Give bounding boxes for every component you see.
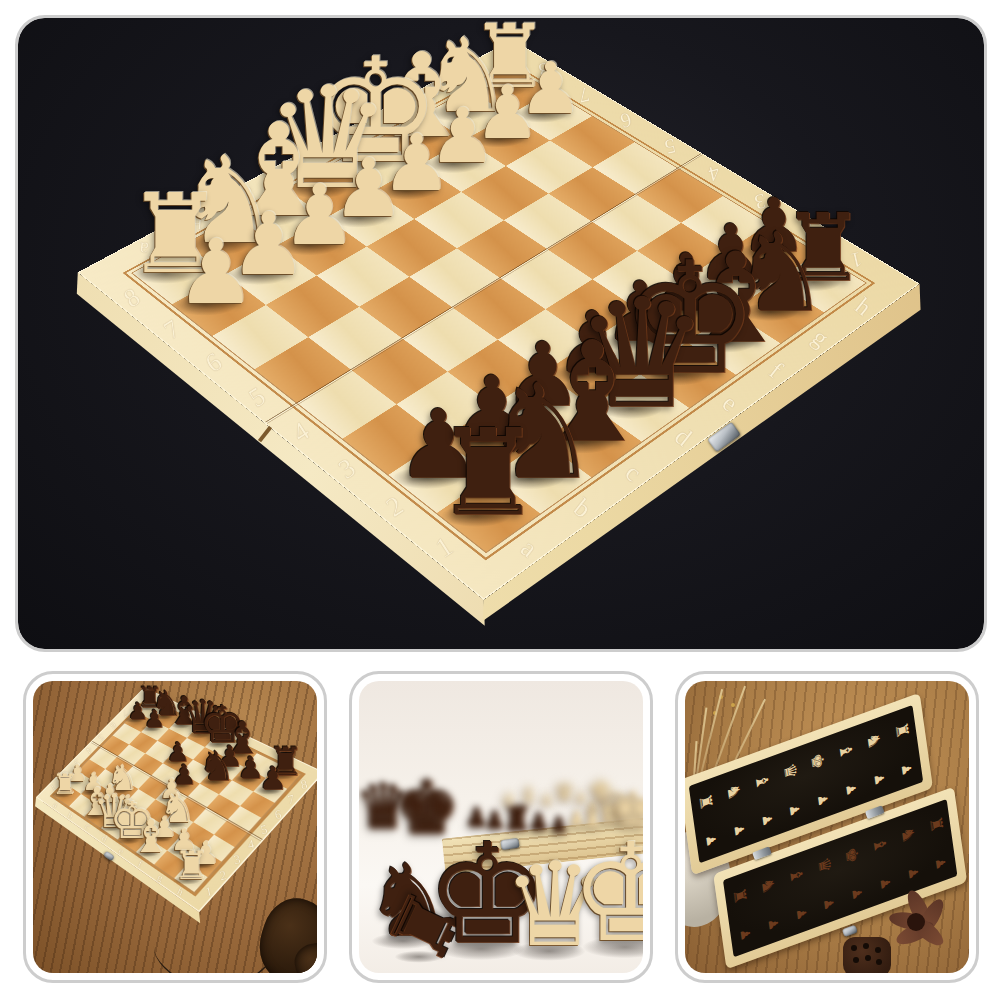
background-piece-dark-p: ♟	[465, 804, 488, 830]
background-piece-light-q: ♛	[554, 780, 576, 804]
boxed-piece-p: ♟	[794, 905, 808, 921]
boxed-piece-q: ♛	[815, 854, 833, 875]
boxed-piece-p: ♟	[900, 761, 914, 777]
chessboard	[78, 39, 920, 599]
boxed-piece-p: ♟	[816, 791, 830, 807]
board-squares	[131, 66, 867, 553]
boxed-piece-r: ♜	[892, 720, 910, 741]
boxed-piece-r: ♜	[731, 885, 749, 906]
boxed-piece-b: ♝	[836, 740, 854, 761]
boxed-piece-b: ♝	[787, 864, 805, 885]
boxed-piece-p: ♟	[732, 822, 746, 838]
chessboard-photo: 87654321abcdefghabcdefgh87654321♜♞♟♝♟♚♟♛…	[18, 18, 984, 649]
boxed-piece-p: ♟	[872, 771, 886, 787]
boxed-piece-p: ♟	[850, 885, 864, 901]
boxed-piece-n: ♞	[864, 730, 882, 751]
thumbnail-storage-box[interactable]: ♜♞♝♛♚♝♞♜♟♟♟♟♟♟♟♟ ♜♞♝♛♚♝♞♜♟♟♟♟♟♟♟♟	[675, 671, 979, 983]
boxed-piece-k: ♚	[843, 844, 861, 865]
lotus-pod	[843, 937, 891, 973]
boxed-piece-n: ♞	[759, 875, 777, 896]
boxed-piece-p: ♟	[788, 801, 802, 817]
storage-box-photo: ♜♞♝♛♚♝♞♜♟♟♟♟♟♟♟♟ ♜♞♝♛♚♝♞♜♟♟♟♟♟♟♟♟	[685, 681, 969, 973]
background-piece-light-k: ♚	[589, 776, 612, 802]
boxed-piece-n: ♞	[724, 781, 742, 802]
product-gallery: 87654321abcdefghabcdefgh87654321♜♞♟♝♟♚♟♛…	[0, 0, 1002, 1002]
background-piece-light-p: ♟	[502, 791, 516, 807]
boxed-piece-b: ♝	[752, 770, 770, 791]
boxed-piece-p: ♟	[738, 926, 752, 942]
background-piece-light-p: ♟	[574, 790, 587, 805]
boxed-piece-k: ♚	[808, 750, 826, 771]
board-squares	[52, 699, 302, 893]
boxed-piece-p: ♟	[906, 865, 920, 881]
boxed-piece-p: ♟	[844, 781, 858, 797]
boxed-piece-p: ♟	[934, 855, 948, 871]
chessboard	[36, 687, 317, 912]
boxed-piece-p: ♟	[766, 916, 780, 932]
background-piece-light-p: ♟	[540, 792, 553, 807]
hinge-notch	[258, 426, 272, 443]
boxed-piece-q: ♛	[780, 760, 798, 781]
closeup-piece-dark-n: ♞	[364, 851, 454, 951]
boxed-piece-r: ♜	[926, 814, 944, 835]
closeup-piece-dark-r: ♜	[375, 877, 475, 973]
boxed-piece-n: ♞	[898, 824, 916, 845]
boxed-piece-b: ♝	[870, 834, 888, 855]
boxed-piece-p: ♟	[704, 832, 718, 848]
boxed-piece-p: ♟	[878, 875, 892, 891]
background-piece-dark-k: ♚	[394, 770, 460, 844]
thumbnail-board-on-table[interactable]: abcdefgh8765432187654321♜♞♟♝♟♛♚♝♟♟♜♟♞♟♟♞…	[23, 671, 327, 983]
boxed-piece-p: ♟	[760, 811, 774, 827]
main-photo[interactable]: 87654321abcdefghabcdefgh87654321♜♞♟♝♟♚♟♛…	[15, 15, 987, 652]
board-on-table-photo: abcdefgh8765432187654321♜♞♟♝♟♛♚♝♟♟♜♟♞♟♟♞…	[33, 681, 317, 973]
background-piece-light-b: ♝	[519, 784, 539, 806]
boxed-piece-p: ♟	[822, 895, 836, 911]
folded-board-edge	[442, 816, 643, 875]
thumbnail-pieces-closeup[interactable]: ♛♚♟♟♜♟♟♟♝♛♚♟♝♟♛♟♚♞♜♚♛♚	[349, 671, 653, 983]
boxed-piece-r: ♜	[696, 791, 714, 812]
pieces-closeup-photo: ♛♚♟♟♜♟♟♟♝♛♚♟♝♟♛♟♚♞♜♚♛♚	[359, 681, 643, 973]
background-piece-dark-p: ♟	[484, 808, 506, 832]
background-piece-dark-q: ♛	[359, 776, 411, 838]
latch-icon	[842, 925, 858, 937]
